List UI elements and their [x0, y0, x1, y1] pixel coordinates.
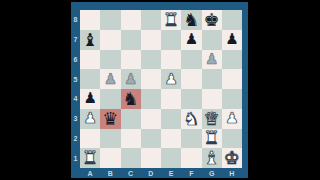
square-g4[interactable]	[202, 89, 222, 109]
file-label-h: H	[222, 168, 242, 178]
square-e8[interactable]: ♜	[161, 10, 181, 30]
square-e7[interactable]	[161, 30, 181, 50]
square-a8[interactable]	[80, 10, 100, 30]
white-pawn: ♟	[225, 111, 238, 126]
square-b7[interactable]	[100, 30, 120, 50]
square-c2[interactable]	[121, 129, 141, 149]
white-pawn: ♟	[83, 111, 96, 126]
white-rook: ♜	[163, 10, 179, 28]
square-h6[interactable]	[222, 50, 242, 70]
gray-pawn: ♟	[124, 71, 137, 86]
white-pawn: ♟	[164, 71, 177, 86]
square-c5[interactable]: ♟	[121, 69, 141, 89]
square-f3[interactable]: ♞	[181, 109, 201, 129]
white-rook: ♜	[82, 149, 98, 167]
square-f6[interactable]	[181, 50, 201, 70]
square-d5[interactable]	[141, 69, 161, 89]
rank-label-8: 8	[71, 10, 80, 30]
rank-label-4: 4	[71, 89, 80, 109]
square-a6[interactable]	[80, 50, 100, 70]
white-bishop: ♝	[204, 149, 220, 167]
rank-label-5: 5	[71, 69, 80, 89]
square-a2[interactable]	[80, 129, 100, 149]
file-label-g: G	[202, 168, 222, 178]
rank-label-3: 3	[71, 109, 80, 129]
board-frame: 87654321 ABCDEFGH ♜♞♚♝♟♟♟♟♟♟♟♞♟♛♞♛♟♜♜♝♚	[71, 2, 248, 178]
file-label-d: D	[141, 168, 161, 178]
square-h5[interactable]	[222, 69, 242, 89]
file-label-e: E	[161, 168, 181, 178]
rank-label-7: 7	[71, 30, 80, 50]
black-knight: ♞	[123, 89, 139, 107]
gray-pawn: ♟	[205, 51, 218, 66]
square-b4[interactable]	[100, 89, 120, 109]
square-e5[interactable]: ♟	[161, 69, 181, 89]
square-h3[interactable]: ♟	[222, 109, 242, 129]
file-label-b: B	[100, 168, 120, 178]
rank-label-6: 6	[71, 50, 80, 70]
square-g7[interactable]	[202, 30, 222, 50]
square-g3[interactable]: ♛	[202, 109, 222, 129]
square-c8[interactable]	[121, 10, 141, 30]
square-c4[interactable]: ♞	[121, 89, 141, 109]
square-c7[interactable]	[121, 30, 141, 50]
black-pawn: ♟	[225, 32, 238, 47]
file-label-c: C	[121, 168, 141, 178]
square-g6[interactable]: ♟	[202, 50, 222, 70]
square-b6[interactable]	[100, 50, 120, 70]
square-b8[interactable]	[100, 10, 120, 30]
black-bishop: ♝	[82, 30, 98, 48]
white-king: ♚	[224, 149, 240, 167]
square-g8[interactable]: ♚	[202, 10, 222, 30]
square-d6[interactable]	[141, 50, 161, 70]
white-rook: ♜	[204, 129, 220, 147]
white-queen: ♛	[204, 109, 220, 127]
square-c3[interactable]	[121, 109, 141, 129]
square-d1[interactable]	[141, 148, 161, 168]
file-labels: ABCDEFGH	[80, 168, 242, 178]
square-d2[interactable]	[141, 129, 161, 149]
square-g2[interactable]: ♜	[202, 129, 222, 149]
black-knight: ♞	[183, 10, 199, 28]
square-f4[interactable]	[181, 89, 201, 109]
square-f5[interactable]	[181, 69, 201, 89]
square-g5[interactable]	[202, 69, 222, 89]
square-b2[interactable]	[100, 129, 120, 149]
square-f8[interactable]: ♞	[181, 10, 201, 30]
rank-label-2: 2	[71, 129, 80, 149]
square-a4[interactable]: ♟	[80, 89, 100, 109]
square-c6[interactable]	[121, 50, 141, 70]
square-c1[interactable]	[121, 148, 141, 168]
chess-board: ♜♞♚♝♟♟♟♟♟♟♟♞♟♛♞♛♟♜♜♝♚	[80, 10, 242, 168]
square-b1[interactable]	[100, 148, 120, 168]
black-king: ♚	[204, 10, 220, 28]
black-queen: ♛	[102, 109, 118, 127]
square-h1[interactable]: ♚	[222, 148, 242, 168]
square-e4[interactable]	[161, 89, 181, 109]
square-f2[interactable]	[181, 129, 201, 149]
square-b3[interactable]: ♛	[100, 109, 120, 129]
square-d7[interactable]	[141, 30, 161, 50]
square-e3[interactable]	[161, 109, 181, 129]
square-h7[interactable]: ♟	[222, 30, 242, 50]
square-a1[interactable]: ♜	[80, 148, 100, 168]
square-d4[interactable]	[141, 89, 161, 109]
square-h2[interactable]	[222, 129, 242, 149]
square-e2[interactable]	[161, 129, 181, 149]
black-pawn: ♟	[185, 32, 198, 47]
square-f7[interactable]: ♟	[181, 30, 201, 50]
square-a5[interactable]	[80, 69, 100, 89]
thumbnail-canvas: 87654321 ABCDEFGH ♜♞♚♝♟♟♟♟♟♟♟♞♟♛♞♛♟♜♜♝♚	[0, 0, 320, 180]
gray-pawn: ♟	[104, 71, 117, 86]
rank-labels: 87654321	[71, 10, 80, 168]
rank-label-1: 1	[71, 148, 80, 168]
black-pawn: ♟	[83, 91, 96, 106]
file-label-f: F	[181, 168, 201, 178]
square-b5[interactable]: ♟	[100, 69, 120, 89]
square-e1[interactable]	[161, 148, 181, 168]
white-knight: ♞	[183, 109, 199, 127]
square-e6[interactable]	[161, 50, 181, 70]
square-a3[interactable]: ♟	[80, 109, 100, 129]
file-label-a: A	[80, 168, 100, 178]
square-a7[interactable]: ♝	[80, 30, 100, 50]
square-g1[interactable]: ♝	[202, 148, 222, 168]
square-h8[interactable]	[222, 10, 242, 30]
square-f1[interactable]	[181, 148, 201, 168]
square-h4[interactable]	[222, 89, 242, 109]
square-d3[interactable]	[141, 109, 161, 129]
square-d8[interactable]	[141, 10, 161, 30]
